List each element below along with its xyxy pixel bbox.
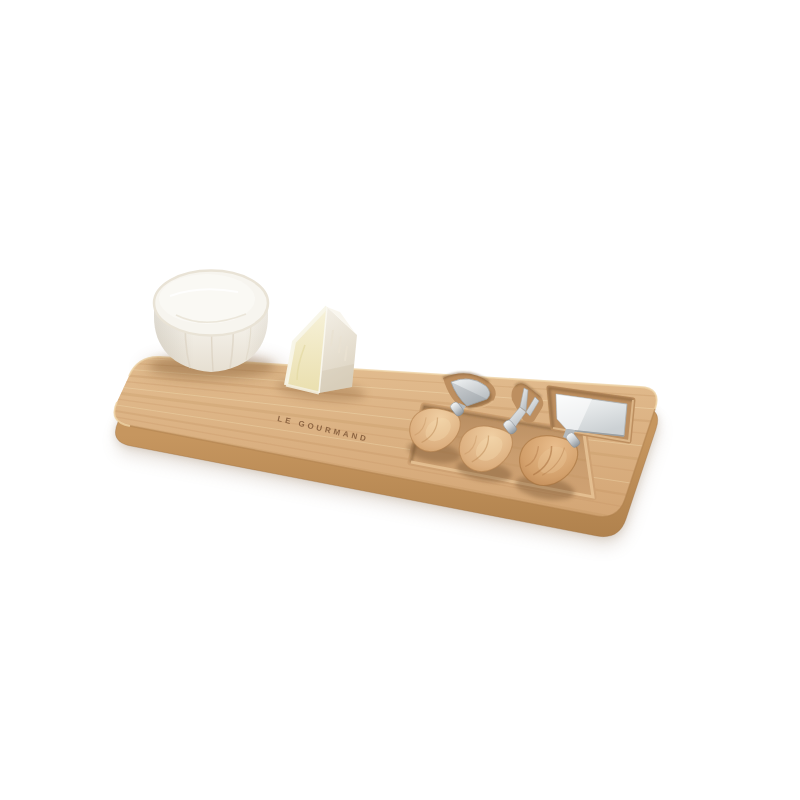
cheese-wheel — [140, 271, 288, 385]
cheese-board-scene: LE GOURMAND — [0, 0, 800, 800]
cheese-wedge — [275, 307, 367, 405]
product-photo-stage: LE GOURMAND — [0, 0, 800, 800]
